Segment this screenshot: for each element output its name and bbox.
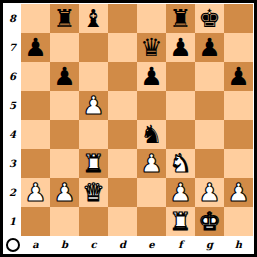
piece-white-pawn[interactable]: ♟ (82, 91, 104, 120)
square-h2[interactable]: ♟ (224, 178, 253, 207)
square-c7[interactable] (79, 33, 108, 62)
piece-white-pawn[interactable]: ♟ (198, 178, 220, 207)
piece-black-rook[interactable]: ♜ (53, 4, 75, 33)
piece-black-pawn[interactable]: ♟ (198, 33, 220, 62)
square-c8[interactable]: ♝ (79, 4, 108, 33)
file-label-h: h (224, 236, 253, 253)
square-a8[interactable] (21, 4, 50, 33)
file-label-f: f (166, 236, 195, 253)
square-g8[interactable]: ♚ (195, 4, 224, 33)
rank-label-4: 4 (4, 120, 21, 149)
piece-white-pawn[interactable]: ♟ (53, 178, 75, 207)
rank-label-2: 2 (4, 178, 21, 207)
square-d1[interactable] (108, 207, 137, 236)
square-e3[interactable]: ♟ (137, 149, 166, 178)
piece-black-queen[interactable]: ♛ (140, 33, 162, 62)
square-a3[interactable] (21, 149, 50, 178)
square-g5[interactable] (195, 91, 224, 120)
square-e8[interactable] (137, 4, 166, 33)
rank-label-5: 5 (4, 91, 21, 120)
rank-label-8: 8 (4, 4, 21, 33)
square-b7[interactable] (50, 33, 79, 62)
square-h7[interactable] (224, 33, 253, 62)
piece-black-rook[interactable]: ♜ (169, 4, 191, 33)
square-g1[interactable]: ♚ (195, 207, 224, 236)
square-b4[interactable] (50, 120, 79, 149)
piece-white-king[interactable]: ♚ (198, 207, 220, 236)
square-c2[interactable]: ♛ (79, 178, 108, 207)
square-d7[interactable] (108, 33, 137, 62)
piece-black-bishop[interactable]: ♝ (82, 4, 104, 33)
square-d2[interactable] (108, 178, 137, 207)
piece-black-king[interactable]: ♚ (198, 4, 220, 33)
square-g6[interactable] (195, 62, 224, 91)
rank-label-7: 7 (4, 33, 21, 62)
square-f4[interactable] (166, 120, 195, 149)
square-b8[interactable]: ♜ (50, 4, 79, 33)
square-e5[interactable] (137, 91, 166, 120)
square-g7[interactable]: ♟ (195, 33, 224, 62)
rank-label-1: 1 (4, 207, 21, 236)
square-c1[interactable] (79, 207, 108, 236)
square-a7[interactable]: ♟ (21, 33, 50, 62)
square-f3[interactable]: ♞ (166, 149, 195, 178)
square-a6[interactable] (21, 62, 50, 91)
square-b2[interactable]: ♟ (50, 178, 79, 207)
square-f6[interactable] (166, 62, 195, 91)
piece-black-pawn[interactable]: ♟ (53, 62, 75, 91)
square-b3[interactable] (50, 149, 79, 178)
piece-black-pawn[interactable]: ♟ (227, 62, 249, 91)
square-c3[interactable]: ♜ (79, 149, 108, 178)
piece-black-knight[interactable]: ♞ (140, 120, 162, 149)
piece-white-queen[interactable]: ♛ (82, 178, 104, 207)
file-label-g: g (195, 236, 224, 253)
square-a2[interactable]: ♟ (21, 178, 50, 207)
file-label-c: c (79, 236, 108, 253)
piece-white-knight[interactable]: ♞ (169, 149, 191, 178)
piece-white-rook[interactable]: ♜ (169, 207, 191, 236)
square-f7[interactable]: ♟ (166, 33, 195, 62)
square-c5[interactable]: ♟ (79, 91, 108, 120)
piece-black-pawn[interactable]: ♟ (140, 62, 162, 91)
square-a5[interactable] (21, 91, 50, 120)
square-h4[interactable] (224, 120, 253, 149)
square-g2[interactable]: ♟ (195, 178, 224, 207)
rank-label-6: 6 (4, 62, 21, 91)
square-a1[interactable] (21, 207, 50, 236)
square-e2[interactable] (137, 178, 166, 207)
square-c4[interactable] (79, 120, 108, 149)
square-h3[interactable] (224, 149, 253, 178)
square-b1[interactable] (50, 207, 79, 236)
piece-white-pawn[interactable]: ♟ (140, 149, 162, 178)
square-f5[interactable] (166, 91, 195, 120)
square-h6[interactable]: ♟ (224, 62, 253, 91)
square-g3[interactable] (195, 149, 224, 178)
square-f8[interactable]: ♜ (166, 4, 195, 33)
square-f2[interactable]: ♟ (166, 178, 195, 207)
white-to-move-indicator (6, 238, 20, 252)
chess-board: 8♜♝♜♚7♟♛♟♟6♟♟♟5♟4♞3♜♟♞2♟♟♛♟♟♟1♜♚abcdefgh (4, 4, 253, 253)
square-h8[interactable] (224, 4, 253, 33)
square-e6[interactable]: ♟ (137, 62, 166, 91)
square-d4[interactable] (108, 120, 137, 149)
file-label-e: e (137, 236, 166, 253)
square-d6[interactable] (108, 62, 137, 91)
square-g4[interactable] (195, 120, 224, 149)
piece-white-pawn[interactable]: ♟ (24, 178, 46, 207)
square-f1[interactable]: ♜ (166, 207, 195, 236)
piece-white-rook[interactable]: ♜ (82, 149, 104, 178)
file-label-b: b (50, 236, 79, 253)
square-h5[interactable] (224, 91, 253, 120)
square-a4[interactable] (21, 120, 50, 149)
corner-cell (4, 236, 21, 253)
file-label-d: d (108, 236, 137, 253)
piece-black-pawn[interactable]: ♟ (24, 33, 46, 62)
rank-label-3: 3 (4, 149, 21, 178)
piece-black-pawn[interactable]: ♟ (169, 33, 191, 62)
chess-board-frame: 8♜♝♜♚7♟♛♟♟6♟♟♟5♟4♞3♜♟♞2♟♟♛♟♟♟1♜♚abcdefgh (0, 0, 257, 257)
square-e7[interactable]: ♛ (137, 33, 166, 62)
piece-white-pawn[interactable]: ♟ (169, 178, 191, 207)
square-b6[interactable]: ♟ (50, 62, 79, 91)
square-d8[interactable] (108, 4, 137, 33)
square-h1[interactable] (224, 207, 253, 236)
square-e4[interactable]: ♞ (137, 120, 166, 149)
square-e1[interactable] (137, 207, 166, 236)
piece-white-pawn[interactable]: ♟ (227, 178, 249, 207)
square-c6[interactable] (79, 62, 108, 91)
square-d5[interactable] (108, 91, 137, 120)
square-d3[interactable] (108, 149, 137, 178)
square-b5[interactable] (50, 91, 79, 120)
file-label-a: a (21, 236, 50, 253)
